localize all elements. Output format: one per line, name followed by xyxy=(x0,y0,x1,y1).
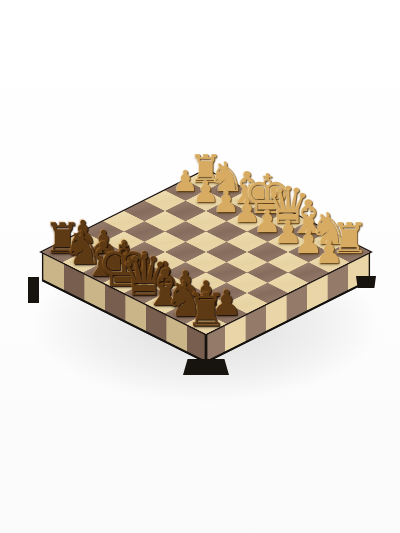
board-foot-near xyxy=(183,359,229,375)
board-foot-left xyxy=(28,277,39,303)
chess-set-product-photo: ♜♞♟♝♟♚♟♛♟♝♟♞♟♟♜♟♟♜♟♟♞♟♝♟♚♟♛♟♝♟♞♜ xyxy=(0,0,400,533)
board-squares xyxy=(42,170,370,334)
scene xyxy=(0,0,400,533)
chess-board xyxy=(39,169,373,336)
board-foot-right xyxy=(356,276,376,288)
